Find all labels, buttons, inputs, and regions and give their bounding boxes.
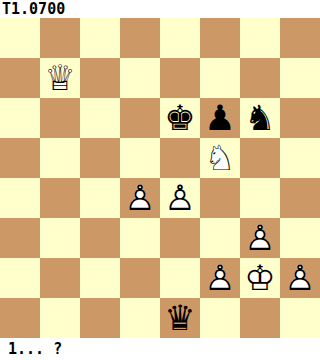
square-c6[interactable] (80, 98, 120, 138)
header: T1.0700 (0, 0, 320, 18)
square-h4[interactable] (280, 178, 320, 218)
square-f4[interactable] (200, 178, 240, 218)
square-b4[interactable] (40, 178, 80, 218)
square-c1[interactable] (80, 298, 120, 338)
square-c8[interactable] (80, 18, 120, 58)
black-piece-glyph: ♚ (160, 98, 200, 138)
square-b7[interactable]: ♛♕ (40, 58, 80, 98)
puzzle-id: T1.0700 (0, 0, 65, 18)
square-e7[interactable] (160, 58, 200, 98)
square-f7[interactable] (200, 58, 240, 98)
square-h7[interactable] (280, 58, 320, 98)
square-d3[interactable] (120, 218, 160, 258)
white-pawn-piece[interactable]: ♟♙ (200, 258, 240, 298)
square-b3[interactable] (40, 218, 80, 258)
square-a8[interactable] (0, 18, 40, 58)
white-pawn-piece[interactable]: ♟♙ (280, 258, 320, 298)
move-prompt: 1... ? (0, 338, 62, 360)
square-d1[interactable] (120, 298, 160, 338)
square-c5[interactable] (80, 138, 120, 178)
white-pawn-piece[interactable]: ♟♙ (160, 178, 200, 218)
square-d7[interactable] (120, 58, 160, 98)
square-d2[interactable] (120, 258, 160, 298)
white-piece-outline: ♙ (200, 258, 240, 298)
square-c7[interactable] (80, 58, 120, 98)
chess-puzzle-app: T1.0700 ♛♕♚♟♞♞♘♟♙♟♙♟♙♟♙♚♔♟♙♛ 1... ? (0, 0, 320, 360)
square-b2[interactable] (40, 258, 80, 298)
square-a6[interactable] (0, 98, 40, 138)
square-g5[interactable] (240, 138, 280, 178)
square-h5[interactable] (280, 138, 320, 178)
square-a3[interactable] (0, 218, 40, 258)
black-pawn-piece[interactable]: ♟ (200, 98, 240, 138)
white-piece-outline: ♕ (40, 58, 80, 98)
square-f1[interactable] (200, 298, 240, 338)
square-a2[interactable] (0, 258, 40, 298)
white-piece-outline: ♙ (280, 258, 320, 298)
white-pawn-piece[interactable]: ♟♙ (240, 218, 280, 258)
white-king-piece[interactable]: ♚♔ (240, 258, 280, 298)
white-piece-outline: ♙ (120, 178, 160, 218)
square-h1[interactable] (280, 298, 320, 338)
white-piece-outline: ♘ (200, 138, 240, 178)
square-d6[interactable] (120, 98, 160, 138)
black-knight-piece[interactable]: ♞ (240, 98, 280, 138)
square-g3[interactable]: ♟♙ (240, 218, 280, 258)
black-piece-glyph: ♞ (240, 98, 280, 138)
square-b5[interactable] (40, 138, 80, 178)
square-d8[interactable] (120, 18, 160, 58)
white-piece-outline: ♔ (240, 258, 280, 298)
square-e6[interactable]: ♚ (160, 98, 200, 138)
square-d4[interactable]: ♟♙ (120, 178, 160, 218)
square-f5[interactable]: ♞♘ (200, 138, 240, 178)
footer: 1... ? (0, 338, 320, 360)
square-a4[interactable] (0, 178, 40, 218)
square-g7[interactable] (240, 58, 280, 98)
black-piece-glyph: ♟ (200, 98, 240, 138)
square-h8[interactable] (280, 18, 320, 58)
square-e4[interactable]: ♟♙ (160, 178, 200, 218)
white-pawn-piece[interactable]: ♟♙ (120, 178, 160, 218)
square-h6[interactable] (280, 98, 320, 138)
square-e2[interactable] (160, 258, 200, 298)
white-queen-piece[interactable]: ♛♕ (40, 58, 80, 98)
square-f8[interactable] (200, 18, 240, 58)
square-g1[interactable] (240, 298, 280, 338)
square-e1[interactable]: ♛ (160, 298, 200, 338)
square-c3[interactable] (80, 218, 120, 258)
square-c4[interactable] (80, 178, 120, 218)
white-piece-outline: ♙ (160, 178, 200, 218)
square-a7[interactable] (0, 58, 40, 98)
square-b6[interactable] (40, 98, 80, 138)
square-b1[interactable] (40, 298, 80, 338)
square-g6[interactable]: ♞ (240, 98, 280, 138)
square-g4[interactable] (240, 178, 280, 218)
square-e3[interactable] (160, 218, 200, 258)
square-e8[interactable] (160, 18, 200, 58)
black-piece-glyph: ♛ (160, 298, 200, 338)
square-d5[interactable] (120, 138, 160, 178)
square-c2[interactable] (80, 258, 120, 298)
square-h2[interactable]: ♟♙ (280, 258, 320, 298)
square-f3[interactable] (200, 218, 240, 258)
square-b8[interactable] (40, 18, 80, 58)
square-a1[interactable] (0, 298, 40, 338)
square-g2[interactable]: ♚♔ (240, 258, 280, 298)
square-g8[interactable] (240, 18, 280, 58)
black-queen-piece[interactable]: ♛ (160, 298, 200, 338)
square-h3[interactable] (280, 218, 320, 258)
square-a5[interactable] (0, 138, 40, 178)
black-king-piece[interactable]: ♚ (160, 98, 200, 138)
square-f2[interactable]: ♟♙ (200, 258, 240, 298)
white-knight-piece[interactable]: ♞♘ (200, 138, 240, 178)
square-e5[interactable] (160, 138, 200, 178)
square-f6[interactable]: ♟ (200, 98, 240, 138)
white-piece-outline: ♙ (240, 218, 280, 258)
chess-board: ♛♕♚♟♞♞♘♟♙♟♙♟♙♟♙♚♔♟♙♛ (0, 18, 320, 338)
